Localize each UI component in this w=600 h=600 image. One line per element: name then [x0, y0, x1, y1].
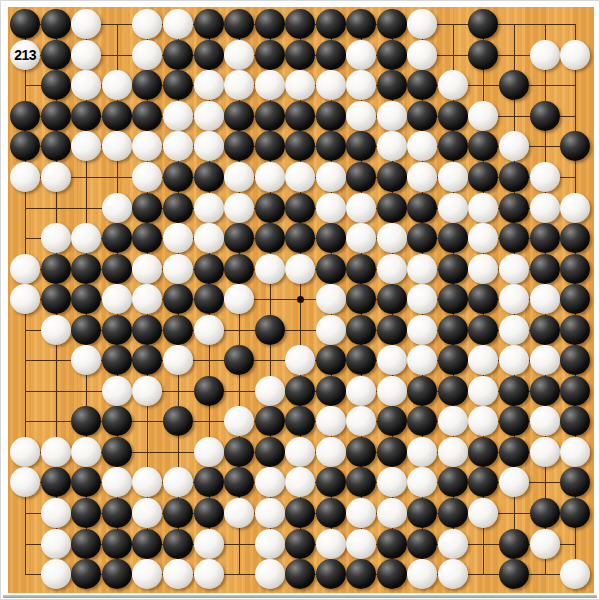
stone	[224, 131, 254, 161]
stone	[132, 9, 162, 39]
stone	[499, 437, 529, 467]
stone	[346, 40, 376, 70]
stone	[407, 345, 437, 375]
stone	[499, 376, 529, 406]
stone	[41, 467, 71, 497]
stone	[285, 437, 315, 467]
stone	[255, 529, 285, 559]
stone	[499, 162, 529, 192]
stone	[316, 529, 346, 559]
stone	[41, 223, 71, 253]
stone	[132, 40, 162, 70]
stone	[285, 559, 315, 589]
stone	[224, 498, 254, 528]
stone	[346, 223, 376, 253]
stone	[102, 284, 132, 314]
stone	[10, 131, 40, 161]
stone	[285, 498, 315, 528]
stone	[530, 284, 560, 314]
stone	[71, 345, 101, 375]
stone	[71, 9, 101, 39]
stone	[255, 559, 285, 589]
stone	[255, 254, 285, 284]
stone	[71, 529, 101, 559]
stone	[499, 529, 529, 559]
stone	[71, 223, 101, 253]
stone	[163, 9, 193, 39]
stone	[468, 315, 498, 345]
move-number-label: 213	[14, 48, 36, 62]
stone	[530, 101, 560, 131]
stone	[102, 131, 132, 161]
stone	[346, 437, 376, 467]
go-diagram: 213	[0, 0, 600, 600]
stone	[194, 101, 224, 131]
stone	[377, 131, 407, 161]
stone	[163, 315, 193, 345]
stone	[407, 529, 437, 559]
stone	[377, 284, 407, 314]
stone	[407, 193, 437, 223]
stone	[285, 376, 315, 406]
stone	[163, 40, 193, 70]
stone	[560, 376, 590, 406]
stone	[224, 40, 254, 70]
stone	[163, 223, 193, 253]
stone	[438, 559, 468, 589]
stone	[102, 345, 132, 375]
stone	[316, 345, 346, 375]
stone	[560, 559, 590, 589]
stone	[468, 193, 498, 223]
stone	[132, 376, 162, 406]
stone	[377, 162, 407, 192]
stone	[224, 223, 254, 253]
stone	[468, 101, 498, 131]
stone	[41, 9, 71, 39]
stone	[71, 131, 101, 161]
stone	[407, 254, 437, 284]
stone	[468, 467, 498, 497]
stone	[377, 101, 407, 131]
stone	[163, 284, 193, 314]
stone	[438, 284, 468, 314]
stone	[530, 315, 560, 345]
stone	[316, 162, 346, 192]
stone	[346, 529, 376, 559]
stone	[194, 193, 224, 223]
stone	[194, 529, 224, 559]
stone	[10, 254, 40, 284]
stone	[438, 315, 468, 345]
stone	[438, 437, 468, 467]
stone	[224, 254, 254, 284]
stone	[468, 9, 498, 39]
stone	[468, 223, 498, 253]
stone	[41, 559, 71, 589]
stone	[316, 376, 346, 406]
stone	[71, 40, 101, 70]
stone	[194, 498, 224, 528]
stone	[499, 193, 529, 223]
stone	[102, 315, 132, 345]
stone	[194, 284, 224, 314]
stone	[377, 467, 407, 497]
stone	[468, 345, 498, 375]
stone	[499, 345, 529, 375]
stone	[438, 131, 468, 161]
stone	[438, 101, 468, 131]
stone	[499, 315, 529, 345]
stone	[407, 101, 437, 131]
stone	[438, 467, 468, 497]
stone	[224, 101, 254, 131]
stone	[407, 70, 437, 100]
stone	[316, 315, 346, 345]
stone	[224, 345, 254, 375]
stone	[316, 223, 346, 253]
stone	[346, 406, 376, 436]
stone	[560, 437, 590, 467]
stone	[468, 437, 498, 467]
stone	[438, 193, 468, 223]
stone	[102, 376, 132, 406]
stone	[438, 254, 468, 284]
stone	[438, 162, 468, 192]
stone	[71, 467, 101, 497]
stone	[41, 101, 71, 131]
stone	[346, 9, 376, 39]
stone	[530, 223, 560, 253]
stone	[102, 437, 132, 467]
stone	[560, 315, 590, 345]
stone	[316, 467, 346, 497]
stone	[285, 9, 315, 39]
stone	[194, 40, 224, 70]
stone	[132, 131, 162, 161]
stone	[499, 406, 529, 436]
stone	[438, 70, 468, 100]
stone	[377, 406, 407, 436]
stone	[163, 559, 193, 589]
stone	[41, 254, 71, 284]
stone	[255, 406, 285, 436]
stone	[255, 70, 285, 100]
stone	[194, 559, 224, 589]
stone	[285, 70, 315, 100]
stone	[407, 131, 437, 161]
stone	[560, 40, 590, 70]
stone	[224, 284, 254, 314]
stone	[10, 437, 40, 467]
stone	[255, 223, 285, 253]
stone	[316, 131, 346, 161]
stone	[102, 101, 132, 131]
stone	[560, 406, 590, 436]
stone	[377, 254, 407, 284]
stone	[132, 223, 162, 253]
stone	[41, 315, 71, 345]
stone	[132, 467, 162, 497]
stone	[346, 254, 376, 284]
stone	[377, 193, 407, 223]
stone	[468, 498, 498, 528]
stone	[377, 9, 407, 39]
stone	[346, 559, 376, 589]
stone	[255, 131, 285, 161]
stone	[346, 162, 376, 192]
stone	[71, 498, 101, 528]
stone	[285, 467, 315, 497]
stone	[71, 559, 101, 589]
stone	[102, 193, 132, 223]
stone	[316, 498, 346, 528]
stone	[41, 40, 71, 70]
stone	[438, 345, 468, 375]
stone	[102, 498, 132, 528]
stone	[224, 406, 254, 436]
stone	[255, 437, 285, 467]
stone	[560, 345, 590, 375]
stone	[377, 40, 407, 70]
stone	[10, 284, 40, 314]
stone	[194, 376, 224, 406]
stone	[285, 345, 315, 375]
stone	[407, 406, 437, 436]
stone	[71, 315, 101, 345]
stone	[407, 498, 437, 528]
stone	[316, 193, 346, 223]
stone	[194, 254, 224, 284]
stone	[132, 529, 162, 559]
stone	[255, 193, 285, 223]
tengen-star-point	[297, 296, 304, 303]
stone	[194, 437, 224, 467]
stone	[10, 9, 40, 39]
stone	[316, 559, 346, 589]
stone	[163, 345, 193, 375]
stone	[71, 437, 101, 467]
stone	[407, 223, 437, 253]
stone	[163, 406, 193, 436]
stone	[530, 345, 560, 375]
stone	[560, 193, 590, 223]
stone	[163, 101, 193, 131]
stone	[377, 223, 407, 253]
stone	[407, 376, 437, 406]
stone	[224, 437, 254, 467]
stone	[377, 498, 407, 528]
goban[interactable]: 213	[8, 7, 594, 593]
stone	[132, 254, 162, 284]
stone	[468, 254, 498, 284]
stone	[316, 40, 346, 70]
stone	[71, 284, 101, 314]
stone	[132, 498, 162, 528]
stone	[530, 529, 560, 559]
stone	[530, 40, 560, 70]
stone	[285, 529, 315, 559]
stone	[285, 223, 315, 253]
stone	[163, 529, 193, 559]
stone	[255, 162, 285, 192]
stone	[132, 315, 162, 345]
stone	[71, 254, 101, 284]
stone	[10, 467, 40, 497]
stone	[41, 70, 71, 100]
stone	[438, 223, 468, 253]
stone	[346, 315, 376, 345]
stone	[438, 406, 468, 436]
stone	[530, 254, 560, 284]
stone	[255, 315, 285, 345]
stone	[285, 162, 315, 192]
stone	[438, 376, 468, 406]
stone	[194, 467, 224, 497]
stone	[499, 131, 529, 161]
stone	[163, 131, 193, 161]
stone	[132, 162, 162, 192]
stone	[499, 284, 529, 314]
stone	[530, 193, 560, 223]
stone	[407, 284, 437, 314]
stone	[530, 498, 560, 528]
stone	[163, 467, 193, 497]
stone	[285, 254, 315, 284]
stone	[316, 437, 346, 467]
stone	[499, 467, 529, 497]
stone	[377, 529, 407, 559]
stone	[132, 193, 162, 223]
stone	[316, 101, 346, 131]
stone	[560, 284, 590, 314]
stone	[346, 131, 376, 161]
stone	[132, 101, 162, 131]
stone	[560, 467, 590, 497]
stone	[499, 70, 529, 100]
stone	[285, 193, 315, 223]
stone	[102, 223, 132, 253]
stone	[71, 406, 101, 436]
stone	[346, 498, 376, 528]
stone	[102, 467, 132, 497]
stone	[530, 437, 560, 467]
stone	[255, 376, 285, 406]
stone	[255, 9, 285, 39]
stone	[530, 376, 560, 406]
stone	[316, 70, 346, 100]
stone	[41, 437, 71, 467]
stone	[285, 131, 315, 161]
stone	[194, 162, 224, 192]
stone	[468, 376, 498, 406]
stone	[194, 131, 224, 161]
stone	[560, 498, 590, 528]
stone	[560, 254, 590, 284]
stone	[316, 9, 346, 39]
stone	[316, 284, 346, 314]
stone	[10, 101, 40, 131]
stone	[132, 70, 162, 100]
stone	[255, 467, 285, 497]
stone	[346, 345, 376, 375]
stone	[407, 162, 437, 192]
stone	[468, 162, 498, 192]
stone	[102, 529, 132, 559]
stone	[71, 70, 101, 100]
stone	[163, 193, 193, 223]
stone	[41, 162, 71, 192]
stone	[163, 498, 193, 528]
stone	[407, 559, 437, 589]
stone	[346, 284, 376, 314]
stone	[560, 223, 590, 253]
frame-shadow	[3, 595, 597, 598]
stone	[560, 131, 590, 161]
stone	[163, 162, 193, 192]
stone	[102, 70, 132, 100]
stone	[530, 406, 560, 436]
stone	[377, 376, 407, 406]
stone	[41, 529, 71, 559]
stone	[468, 131, 498, 161]
stone	[285, 40, 315, 70]
stone	[224, 467, 254, 497]
stone	[41, 284, 71, 314]
stone	[102, 406, 132, 436]
stone	[71, 101, 101, 131]
stone	[407, 40, 437, 70]
stone	[407, 315, 437, 345]
stone	[499, 559, 529, 589]
stone	[438, 498, 468, 528]
goban-frame: 213	[0, 0, 600, 600]
stone	[316, 254, 346, 284]
stone	[194, 223, 224, 253]
stone	[285, 101, 315, 131]
stone	[224, 193, 254, 223]
stone	[163, 254, 193, 284]
stone	[102, 254, 132, 284]
stone	[316, 406, 346, 436]
stone	[346, 101, 376, 131]
stone	[377, 70, 407, 100]
stone	[377, 345, 407, 375]
stone	[102, 559, 132, 589]
stone	[346, 376, 376, 406]
stone	[224, 162, 254, 192]
stone	[132, 559, 162, 589]
stone	[377, 437, 407, 467]
stone	[407, 437, 437, 467]
stone	[194, 70, 224, 100]
stone	[132, 284, 162, 314]
stone	[41, 131, 71, 161]
stone	[224, 70, 254, 100]
stone	[255, 101, 285, 131]
stone	[255, 498, 285, 528]
stone	[499, 223, 529, 253]
stone	[285, 406, 315, 436]
stone	[41, 498, 71, 528]
stone	[530, 162, 560, 192]
stone	[377, 559, 407, 589]
stone	[407, 9, 437, 39]
stone	[468, 284, 498, 314]
stone	[132, 345, 162, 375]
stone	[163, 70, 193, 100]
stone	[346, 70, 376, 100]
